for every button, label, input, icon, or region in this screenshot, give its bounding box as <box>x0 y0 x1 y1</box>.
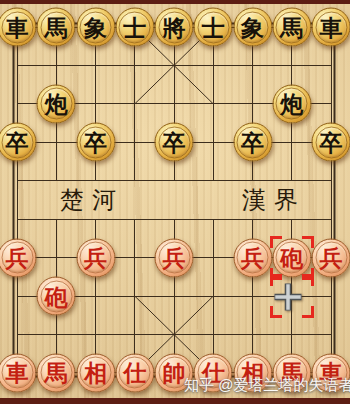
piece-character: 兵 <box>84 247 107 270</box>
board-frame-bottom <box>0 398 350 404</box>
piece-red-soldier[interactable]: 兵 <box>0 238 37 277</box>
piece-red-chariot[interactable]: 車 <box>0 353 37 392</box>
piece-character: 炮 <box>45 93 68 116</box>
piece-black-chariot[interactable]: 車 <box>312 8 350 47</box>
piece-character: 卒 <box>241 131 264 154</box>
xiangqi-game-screen: 楚河 漢界 車馬象士將士象馬車炮炮卒卒卒卒卒兵兵兵兵砲兵砲車馬相仕帥仕相馬車 知… <box>0 0 350 404</box>
piece-black-cannon[interactable]: 炮 <box>37 84 76 123</box>
piece-black-soldier[interactable]: 卒 <box>155 123 194 162</box>
piece-character: 炮 <box>280 93 303 116</box>
piece-black-elephant[interactable]: 象 <box>76 8 115 47</box>
piece-black-advisor[interactable]: 士 <box>194 8 233 47</box>
piece-character: 卒 <box>6 131 29 154</box>
piece-black-cannon[interactable]: 炮 <box>272 84 311 123</box>
piece-character: 車 <box>6 16 29 39</box>
piece-character: 兵 <box>241 247 264 270</box>
piece-black-advisor[interactable]: 士 <box>115 8 154 47</box>
piece-character: 象 <box>84 16 107 39</box>
piece-red-cannon[interactable]: 砲 <box>272 238 311 277</box>
piece-character: 兵 <box>320 247 343 270</box>
board[interactable]: 車馬象士將士象馬車炮炮卒卒卒卒卒兵兵兵兵砲兵砲車馬相仕帥仕相馬車 <box>0 0 350 404</box>
piece-character: 馬 <box>45 362 68 385</box>
piece-red-elephant[interactable]: 相 <box>76 353 115 392</box>
piece-character: 車 <box>6 362 29 385</box>
piece-character: 兵 <box>163 247 186 270</box>
piece-black-chariot[interactable]: 車 <box>0 8 37 47</box>
watermark-text: 知乎 @爱塔兰塔的失语者 <box>184 376 350 395</box>
piece-character: 車 <box>320 16 343 39</box>
piece-red-soldier[interactable]: 兵 <box>76 238 115 277</box>
piece-black-soldier[interactable]: 卒 <box>0 123 37 162</box>
piece-character: 仕 <box>123 362 146 385</box>
board-frame-top <box>0 0 350 4</box>
piece-black-elephant[interactable]: 象 <box>233 8 272 47</box>
piece-character: 士 <box>202 16 225 39</box>
piece-red-soldier[interactable]: 兵 <box>312 238 350 277</box>
piece-character: 帥 <box>163 362 186 385</box>
piece-character: 士 <box>123 16 146 39</box>
piece-character: 砲 <box>45 285 68 308</box>
piece-red-soldier[interactable]: 兵 <box>155 238 194 277</box>
piece-character: 卒 <box>320 131 343 154</box>
piece-character: 象 <box>241 16 264 39</box>
piece-red-cannon[interactable]: 砲 <box>37 277 76 316</box>
piece-red-advisor[interactable]: 仕 <box>115 353 154 392</box>
piece-character: 卒 <box>163 131 186 154</box>
piece-red-horse[interactable]: 馬 <box>37 353 76 392</box>
piece-black-horse[interactable]: 馬 <box>37 8 76 47</box>
piece-black-soldier[interactable]: 卒 <box>233 123 272 162</box>
piece-character: 將 <box>163 16 186 39</box>
piece-black-horse[interactable]: 馬 <box>272 8 311 47</box>
piece-red-soldier[interactable]: 兵 <box>233 238 272 277</box>
piece-character: 馬 <box>45 16 68 39</box>
piece-character: 兵 <box>6 247 29 270</box>
piece-black-soldier[interactable]: 卒 <box>76 123 115 162</box>
piece-character: 馬 <box>280 16 303 39</box>
piece-black-general[interactable]: 將 <box>155 8 194 47</box>
piece-black-soldier[interactable]: 卒 <box>312 123 350 162</box>
piece-character: 砲 <box>280 247 303 270</box>
piece-character: 相 <box>84 362 107 385</box>
piece-character: 卒 <box>84 131 107 154</box>
